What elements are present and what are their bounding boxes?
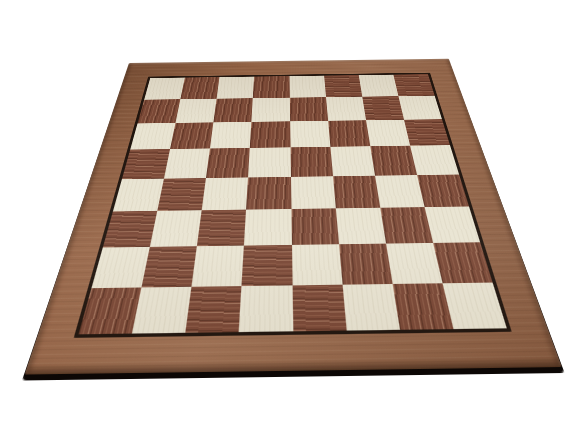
square-f5[interactable] bbox=[330, 146, 375, 175]
chess-board bbox=[87, 0, 494, 380]
square-a6[interactable] bbox=[130, 123, 175, 150]
square-c6[interactable] bbox=[210, 122, 252, 149]
square-c3[interactable] bbox=[197, 209, 246, 246]
square-d7[interactable] bbox=[252, 98, 290, 122]
square-c8[interactable] bbox=[217, 77, 255, 99]
square-a5[interactable] bbox=[122, 149, 170, 179]
square-a2[interactable] bbox=[91, 247, 150, 288]
square-e6[interactable] bbox=[290, 121, 330, 148]
square-h3[interactable] bbox=[424, 206, 480, 243]
square-b4[interactable] bbox=[157, 178, 206, 211]
square-g7[interactable] bbox=[362, 96, 404, 120]
square-e8[interactable] bbox=[289, 76, 326, 98]
square-d3[interactable] bbox=[244, 209, 291, 246]
square-g6[interactable] bbox=[366, 120, 410, 147]
square-f4[interactable] bbox=[333, 175, 380, 208]
square-f7[interactable] bbox=[326, 97, 366, 121]
square-f1[interactable] bbox=[342, 284, 400, 331]
square-e7[interactable] bbox=[289, 97, 327, 121]
square-d4[interactable] bbox=[246, 177, 290, 210]
square-g4[interactable] bbox=[375, 175, 425, 208]
board-inner-border-line bbox=[74, 73, 512, 338]
square-b5[interactable] bbox=[164, 149, 210, 179]
square-d2[interactable] bbox=[242, 245, 292, 286]
square-c7[interactable] bbox=[214, 98, 253, 122]
board-frame bbox=[25, 59, 562, 375]
square-e4[interactable] bbox=[291, 176, 336, 209]
square-f2[interactable] bbox=[339, 243, 393, 284]
square-d6[interactable] bbox=[250, 121, 290, 148]
square-b7[interactable] bbox=[176, 99, 217, 123]
square-e1[interactable] bbox=[292, 285, 346, 332]
square-b2[interactable] bbox=[142, 246, 198, 287]
square-h7[interactable] bbox=[398, 96, 442, 120]
square-a3[interactable] bbox=[103, 211, 158, 248]
square-f8[interactable] bbox=[324, 75, 362, 97]
square-b3[interactable] bbox=[150, 210, 202, 247]
square-h4[interactable] bbox=[417, 174, 469, 207]
square-e2[interactable] bbox=[291, 244, 342, 285]
square-h5[interactable] bbox=[410, 145, 459, 174]
square-a1[interactable] bbox=[79, 287, 142, 334]
square-c4[interactable] bbox=[202, 177, 248, 210]
square-h1[interactable] bbox=[442, 282, 506, 329]
square-a8[interactable] bbox=[144, 78, 185, 100]
square-g5[interactable] bbox=[370, 146, 417, 175]
square-a7[interactable] bbox=[137, 99, 180, 123]
square-b1[interactable] bbox=[132, 287, 192, 334]
square-f6[interactable] bbox=[328, 120, 370, 147]
square-d5[interactable] bbox=[248, 148, 290, 177]
square-h8[interactable] bbox=[393, 74, 434, 96]
square-f3[interactable] bbox=[335, 207, 385, 244]
square-g8[interactable] bbox=[359, 75, 399, 97]
photo-background bbox=[0, 0, 577, 433]
board-grid bbox=[79, 74, 507, 334]
square-e3[interactable] bbox=[291, 208, 339, 245]
square-c1[interactable] bbox=[186, 286, 242, 333]
square-a4[interactable] bbox=[113, 178, 164, 211]
square-c5[interactable] bbox=[206, 148, 250, 178]
square-d8[interactable] bbox=[253, 76, 289, 98]
square-h2[interactable] bbox=[433, 242, 493, 283]
square-e5[interactable] bbox=[290, 147, 333, 176]
square-d1[interactable] bbox=[239, 285, 293, 332]
square-b6[interactable] bbox=[170, 123, 213, 150]
square-c2[interactable] bbox=[192, 245, 245, 286]
square-h6[interactable] bbox=[404, 119, 450, 146]
square-b8[interactable] bbox=[180, 77, 219, 99]
